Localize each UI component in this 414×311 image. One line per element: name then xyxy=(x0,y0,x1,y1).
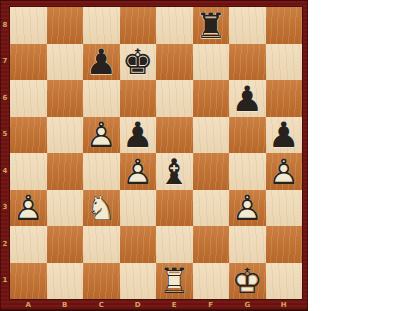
piece-glyph: ♟ xyxy=(83,45,120,82)
square-h6[interactable] xyxy=(266,80,303,117)
square-c2[interactable] xyxy=(83,226,120,263)
piece-glyph: ♙ xyxy=(83,118,120,155)
piece-white-knight: ♞♘ xyxy=(83,190,120,227)
square-a1[interactable] xyxy=(10,263,47,300)
square-h3[interactable] xyxy=(266,190,303,227)
rank-label-7: 7 xyxy=(0,44,10,81)
square-f1[interactable] xyxy=(193,263,230,300)
square-h2[interactable] xyxy=(266,226,303,263)
square-c7[interactable]: ♟ xyxy=(83,44,120,81)
square-h7[interactable] xyxy=(266,44,303,81)
square-c5[interactable]: ♟♙ xyxy=(83,117,120,154)
file-label-h: H xyxy=(266,299,303,311)
square-g8[interactable] xyxy=(229,7,266,44)
square-d4[interactable]: ♟♙ xyxy=(120,153,157,190)
square-c8[interactable] xyxy=(83,7,120,44)
piece-glyph: ♖ xyxy=(156,264,193,301)
square-a6[interactable] xyxy=(10,80,47,117)
square-e3[interactable] xyxy=(156,190,193,227)
square-g4[interactable] xyxy=(229,153,266,190)
file-label-b: B xyxy=(47,299,84,311)
square-h8[interactable] xyxy=(266,7,303,44)
square-e4[interactable]: ♝ xyxy=(156,153,193,190)
square-a7[interactable] xyxy=(10,44,47,81)
square-d2[interactable] xyxy=(120,226,157,263)
square-a5[interactable] xyxy=(10,117,47,154)
square-d1[interactable] xyxy=(120,263,157,300)
piece-glyph: ♚ xyxy=(120,45,157,82)
file-label-e: E xyxy=(156,299,193,311)
piece-white-rook: ♜♖ xyxy=(156,263,193,300)
piece-white-pawn: ♟♙ xyxy=(229,190,266,227)
piece-black-rook: ♜ xyxy=(193,7,230,44)
piece-black-pawn: ♟ xyxy=(229,80,266,117)
square-e6[interactable] xyxy=(156,80,193,117)
file-labels: ABCDEFGH xyxy=(10,299,302,311)
rank-label-5: 5 xyxy=(0,117,10,154)
square-a8[interactable] xyxy=(10,7,47,44)
chess-board: 87654321 ♜♟♚♟♟♙♟♟♟♙♝♟♙♟♙♞♘♟♙♜♖♚♔ ABCDEFG… xyxy=(0,0,308,311)
rank-labels: 87654321 xyxy=(0,7,10,299)
file-label-g: G xyxy=(229,299,266,311)
piece-white-pawn: ♟♙ xyxy=(266,153,303,190)
piece-glyph: ♟ xyxy=(229,81,266,118)
board-grid: ♜♟♚♟♟♙♟♟♟♙♝♟♙♟♙♞♘♟♙♜♖♚♔ xyxy=(10,7,302,299)
square-b7[interactable] xyxy=(47,44,84,81)
piece-glyph: ♜ xyxy=(193,8,230,45)
piece-white-king: ♚♔ xyxy=(229,263,266,300)
square-b6[interactable] xyxy=(47,80,84,117)
square-g2[interactable] xyxy=(229,226,266,263)
square-h5[interactable]: ♟ xyxy=(266,117,303,154)
rank-label-3: 3 xyxy=(0,190,10,227)
piece-white-pawn: ♟♙ xyxy=(10,190,47,227)
square-b1[interactable] xyxy=(47,263,84,300)
square-b5[interactable] xyxy=(47,117,84,154)
rank-label-4: 4 xyxy=(0,153,10,190)
piece-glyph: ♝ xyxy=(156,154,193,191)
square-g7[interactable] xyxy=(229,44,266,81)
square-f5[interactable] xyxy=(193,117,230,154)
square-h1[interactable] xyxy=(266,263,303,300)
piece-black-pawn: ♟ xyxy=(266,117,303,154)
piece-black-pawn: ♟ xyxy=(83,44,120,81)
square-c6[interactable] xyxy=(83,80,120,117)
piece-black-bishop: ♝ xyxy=(156,153,193,190)
piece-glyph: ♟ xyxy=(120,118,157,155)
square-f2[interactable] xyxy=(193,226,230,263)
square-e1[interactable]: ♜♖ xyxy=(156,263,193,300)
file-label-f: F xyxy=(193,299,230,311)
square-d3[interactable] xyxy=(120,190,157,227)
square-f4[interactable] xyxy=(193,153,230,190)
square-e2[interactable] xyxy=(156,226,193,263)
piece-white-pawn: ♟♙ xyxy=(120,153,157,190)
square-g6[interactable]: ♟ xyxy=(229,80,266,117)
piece-glyph: ♟ xyxy=(266,118,303,155)
piece-glyph: ♙ xyxy=(266,154,303,191)
square-b3[interactable] xyxy=(47,190,84,227)
square-e8[interactable] xyxy=(156,7,193,44)
piece-glyph: ♔ xyxy=(229,264,266,301)
square-d8[interactable] xyxy=(120,7,157,44)
square-a3[interactable]: ♟♙ xyxy=(10,190,47,227)
piece-black-pawn: ♟ xyxy=(120,117,157,154)
square-b4[interactable] xyxy=(47,153,84,190)
square-f8[interactable]: ♜ xyxy=(193,7,230,44)
square-f7[interactable] xyxy=(193,44,230,81)
square-f3[interactable] xyxy=(193,190,230,227)
square-a2[interactable] xyxy=(10,226,47,263)
square-g5[interactable] xyxy=(229,117,266,154)
square-c4[interactable] xyxy=(83,153,120,190)
square-f6[interactable] xyxy=(193,80,230,117)
square-b2[interactable] xyxy=(47,226,84,263)
piece-glyph: ♙ xyxy=(229,191,266,228)
file-label-d: D xyxy=(120,299,157,311)
piece-glyph: ♙ xyxy=(120,154,157,191)
square-c1[interactable] xyxy=(83,263,120,300)
piece-black-king: ♚ xyxy=(120,44,157,81)
rank-label-1: 1 xyxy=(0,263,10,300)
rank-label-6: 6 xyxy=(0,80,10,117)
square-d7[interactable]: ♚ xyxy=(120,44,157,81)
square-h4[interactable]: ♟♙ xyxy=(266,153,303,190)
file-label-c: C xyxy=(83,299,120,311)
square-d5[interactable]: ♟ xyxy=(120,117,157,154)
piece-glyph: ♘ xyxy=(83,191,120,228)
square-b8[interactable] xyxy=(47,7,84,44)
square-e5[interactable] xyxy=(156,117,193,154)
square-c3[interactable]: ♞♘ xyxy=(83,190,120,227)
piece-glyph: ♙ xyxy=(10,191,47,228)
square-d6[interactable] xyxy=(120,80,157,117)
square-g1[interactable]: ♚♔ xyxy=(229,263,266,300)
square-g3[interactable]: ♟♙ xyxy=(229,190,266,227)
file-label-a: A xyxy=(10,299,47,311)
chess-diagram: 87654321 ♜♟♚♟♟♙♟♟♟♙♝♟♙♟♙♞♘♟♙♜♖♚♔ ABCDEFG… xyxy=(0,0,414,311)
square-a4[interactable] xyxy=(10,153,47,190)
rank-label-2: 2 xyxy=(0,226,10,263)
piece-white-pawn: ♟♙ xyxy=(83,117,120,154)
square-e7[interactable] xyxy=(156,44,193,81)
rank-label-8: 8 xyxy=(0,7,10,44)
